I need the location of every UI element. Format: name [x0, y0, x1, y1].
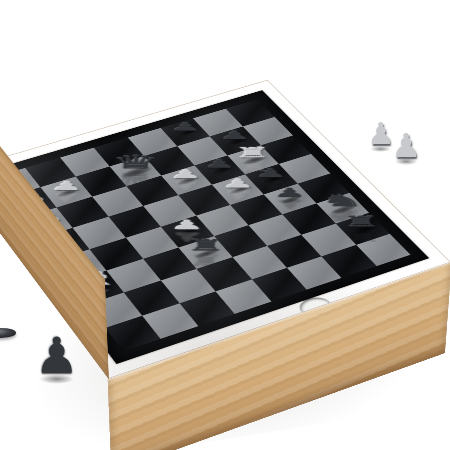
square-f1[interactable]	[287, 256, 342, 290]
square-e3[interactable]	[214, 225, 268, 257]
square-b2[interactable]	[124, 281, 179, 316]
rook-glyph: ♜	[185, 237, 225, 253]
rook-reflection: ♜	[343, 228, 384, 243]
square-c2[interactable]	[161, 269, 216, 303]
chess-set-photo: ♟♟♟♟♟♟♝♝♟♟♟♟♟♟♜♜♛♛♟♟♟♟♟♟♟♟♟♟♜♜♞♞♜♜ ♟♟♟	[0, 0, 450, 450]
pawn-glyph: ♟	[35, 331, 80, 381]
square-c4[interactable]	[125, 226, 178, 258]
square-a1[interactable]	[105, 315, 161, 351]
offboard-dark-pawn-3[interactable]: ♟	[35, 331, 80, 381]
square-d1[interactable]	[216, 279, 271, 314]
square-c1[interactable]	[179, 291, 235, 326]
square-f2[interactable]	[267, 235, 321, 268]
square-e1[interactable]	[251, 268, 306, 302]
square-d2[interactable]	[197, 257, 252, 291]
square-g1[interactable]	[321, 245, 376, 278]
square-f3[interactable]	[248, 214, 301, 246]
piece-shadow-h2	[349, 223, 378, 236]
square-e2[interactable]	[232, 246, 286, 279]
pawn-glyph: ♟	[391, 129, 421, 162]
square-b1[interactable]	[142, 303, 198, 339]
pawn-glyph: ♟	[170, 218, 204, 231]
square-b3[interactable]	[107, 259, 161, 293]
square-b5[interactable]	[73, 217, 125, 249]
square-d3[interactable]	[178, 236, 232, 269]
captured-piece-base[interactable]	[0, 328, 16, 338]
square-b4[interactable]	[90, 238, 143, 271]
piece-shadow-d3	[192, 247, 221, 260]
rook-glyph: ♜	[342, 214, 383, 229]
rook-reflection: ♜	[185, 252, 226, 268]
offboard-silver-pawn-2[interactable]: ♟	[391, 129, 421, 162]
square-h1[interactable]	[356, 234, 411, 267]
square-g2[interactable]	[302, 224, 356, 256]
square-c3[interactable]	[143, 247, 197, 280]
